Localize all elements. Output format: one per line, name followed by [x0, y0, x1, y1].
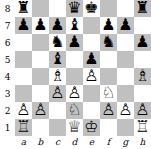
square-e4[interactable]: ♙	[83, 68, 100, 85]
piece-white-knight[interactable]: ♘	[67, 102, 81, 118]
square-e5[interactable]: ♟	[83, 51, 100, 68]
square-c5[interactable]: ♝	[49, 51, 66, 68]
square-e2[interactable]	[83, 102, 100, 119]
piece-white-rook[interactable]: ♖	[135, 119, 149, 135]
square-g4[interactable]	[117, 68, 134, 85]
square-a2[interactable]: ♙	[15, 102, 32, 119]
square-c6[interactable]: ♞	[49, 34, 66, 51]
square-h3[interactable]	[134, 85, 151, 102]
rank-labels: 87654321	[0, 0, 15, 136]
square-d8[interactable]: ♛	[66, 0, 83, 17]
square-e7[interactable]	[83, 17, 100, 34]
rank-label-3: 3	[0, 85, 15, 102]
piece-black-pawn[interactable]: ♟	[101, 17, 115, 33]
rank-label-6: 6	[0, 34, 15, 51]
square-g2[interactable]: ♙	[117, 102, 134, 119]
square-d6[interactable]: ♟	[66, 34, 83, 51]
rank-label-7: 7	[0, 17, 15, 34]
square-f1[interactable]	[100, 119, 117, 136]
square-d1[interactable]: ♕	[66, 119, 83, 136]
square-a6[interactable]	[15, 34, 32, 51]
square-b8[interactable]	[32, 0, 49, 17]
file-label-h: h	[134, 136, 151, 149]
square-c7[interactable]: ♟	[49, 17, 66, 34]
square-b1[interactable]	[32, 119, 49, 136]
square-d5[interactable]	[66, 51, 83, 68]
piece-black-pawn[interactable]: ♟	[84, 51, 98, 67]
piece-black-pawn[interactable]: ♟	[118, 17, 132, 33]
square-h6[interactable]: ♟	[134, 34, 151, 51]
square-h1[interactable]: ♖	[134, 119, 151, 136]
piece-black-pawn[interactable]: ♟	[33, 17, 47, 33]
file-label-f: f	[100, 136, 117, 149]
piece-white-pawn[interactable]: ♙	[118, 102, 132, 118]
rank-label-8: 8	[0, 0, 15, 17]
piece-black-pawn[interactable]: ♟	[67, 34, 81, 50]
square-h2[interactable]: ♙	[134, 102, 151, 119]
file-label-d: d	[66, 136, 83, 149]
piece-white-bishop[interactable]: ♗	[50, 68, 64, 84]
piece-white-rook[interactable]: ♖	[16, 119, 30, 135]
square-d2[interactable]: ♘	[66, 102, 83, 119]
square-f7[interactable]: ♟	[100, 17, 117, 34]
file-label-g: g	[117, 136, 134, 149]
square-f8[interactable]	[100, 0, 117, 17]
square-b3[interactable]	[32, 85, 49, 102]
square-f5[interactable]	[100, 51, 117, 68]
square-e3[interactable]	[83, 85, 100, 102]
piece-white-pawn[interactable]: ♙	[135, 102, 149, 118]
piece-black-pawn[interactable]: ♟	[16, 17, 30, 33]
square-b2[interactable]: ♙	[32, 102, 49, 119]
square-f2[interactable]: ♙	[100, 102, 117, 119]
file-label-e: e	[83, 136, 100, 149]
piece-black-bishop[interactable]: ♝	[50, 51, 64, 67]
square-h7[interactable]	[134, 17, 151, 34]
square-g5[interactable]	[117, 51, 134, 68]
chess-diagram: 87654321 ♜♛♚♜♟♟♟♝♟♟♞♟♞♟♝♟♗♙♗♙♙♘♙♙♘♙♙♙♖♕♔…	[0, 0, 151, 149]
square-c2[interactable]	[49, 102, 66, 119]
square-c8[interactable]	[49, 0, 66, 17]
square-g1[interactable]	[117, 119, 134, 136]
file-label-c: c	[49, 136, 66, 149]
square-e8[interactable]: ♚	[83, 0, 100, 17]
piece-white-king[interactable]: ♔	[84, 119, 98, 135]
piece-black-rook[interactable]: ♜	[16, 0, 30, 16]
square-a8[interactable]: ♜	[15, 0, 32, 17]
square-a5[interactable]	[15, 51, 32, 68]
square-b5[interactable]	[32, 51, 49, 68]
square-e6[interactable]	[83, 34, 100, 51]
rank-label-5: 5	[0, 51, 15, 68]
piece-white-pawn[interactable]: ♙	[33, 102, 47, 118]
piece-black-bishop[interactable]: ♝	[67, 17, 81, 33]
square-b6[interactable]	[32, 34, 49, 51]
rank-label-4: 4	[0, 68, 15, 85]
square-c1[interactable]	[49, 119, 66, 136]
square-h8[interactable]: ♜	[134, 0, 151, 17]
square-f6[interactable]: ♞	[100, 34, 117, 51]
square-b4[interactable]	[32, 68, 49, 85]
piece-white-pawn[interactable]: ♙	[50, 85, 64, 101]
piece-white-knight[interactable]: ♘	[101, 85, 115, 101]
piece-black-rook[interactable]: ♜	[135, 0, 149, 16]
file-labels: abcdefgh	[15, 136, 151, 149]
square-g7[interactable]: ♟	[117, 17, 134, 34]
square-a3[interactable]	[15, 85, 32, 102]
square-g8[interactable]	[117, 0, 134, 17]
square-c4[interactable]: ♗	[49, 68, 66, 85]
piece-white-pawn[interactable]: ♙	[16, 102, 30, 118]
piece-black-knight[interactable]: ♞	[50, 34, 64, 50]
square-b7[interactable]: ♟	[32, 17, 49, 34]
piece-white-pawn[interactable]: ♙	[84, 68, 98, 84]
square-g3[interactable]	[117, 85, 134, 102]
square-d3[interactable]: ♙	[66, 85, 83, 102]
square-e1[interactable]: ♔	[83, 119, 100, 136]
piece-black-king[interactable]: ♚	[84, 0, 98, 16]
piece-black-pawn[interactable]: ♟	[50, 17, 64, 33]
square-c3[interactable]: ♙	[49, 85, 66, 102]
rank-label-2: 2	[0, 102, 15, 119]
square-h5[interactable]	[134, 51, 151, 68]
rank-label-1: 1	[0, 119, 15, 136]
piece-white-pawn[interactable]: ♙	[67, 85, 81, 101]
square-f3[interactable]: ♘	[100, 85, 117, 102]
square-h4[interactable]: ♗	[134, 68, 151, 85]
file-label-a: a	[15, 136, 32, 149]
square-a7[interactable]: ♟	[15, 17, 32, 34]
file-label-b: b	[32, 136, 49, 149]
piece-white-pawn[interactable]: ♙	[101, 102, 115, 118]
piece-white-queen[interactable]: ♕	[67, 119, 81, 135]
square-a1[interactable]: ♖	[15, 119, 32, 136]
square-f4[interactable]	[100, 68, 117, 85]
piece-black-knight[interactable]: ♞	[101, 34, 115, 50]
square-g6[interactable]	[117, 34, 134, 51]
piece-white-bishop[interactable]: ♗	[135, 68, 149, 84]
square-a4[interactable]	[15, 68, 32, 85]
square-d4[interactable]	[66, 68, 83, 85]
piece-black-pawn[interactable]: ♟	[135, 34, 149, 50]
chess-board: ♜♛♚♜♟♟♟♝♟♟♞♟♞♟♝♟♗♙♗♙♙♘♙♙♘♙♙♙♖♕♔♖	[15, 0, 151, 136]
square-d7[interactable]: ♝	[66, 17, 83, 34]
piece-black-queen[interactable]: ♛	[67, 0, 81, 16]
